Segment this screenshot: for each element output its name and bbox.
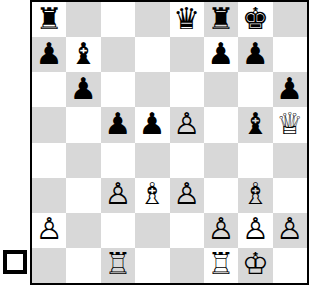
piece-black-pawn: ♟	[70, 74, 97, 104]
square-d5[interactable]: ♟	[135, 107, 169, 142]
piece-white-pawn: ♙	[173, 179, 200, 209]
square-c6[interactable]	[101, 72, 135, 107]
piece-white-pawn: ♙	[173, 109, 200, 139]
square-f7[interactable]: ♟	[204, 37, 238, 72]
piece-white-bishop: ♗	[242, 179, 269, 209]
piece-white-pawn: ♙	[104, 179, 131, 209]
square-a1[interactable]	[32, 248, 66, 283]
square-a5[interactable]	[32, 107, 66, 142]
square-e5[interactable]: ♙	[170, 107, 204, 142]
piece-black-bishop: ♝	[70, 39, 97, 69]
square-c3[interactable]: ♙	[101, 178, 135, 213]
square-f6[interactable]	[204, 72, 238, 107]
square-f3[interactable]	[204, 178, 238, 213]
piece-black-pawn: ♟	[139, 109, 166, 139]
square-b6[interactable]: ♟	[66, 72, 100, 107]
square-d1[interactable]	[135, 248, 169, 283]
square-a4[interactable]	[32, 143, 66, 178]
piece-white-pawn: ♙	[208, 214, 235, 244]
piece-white-king: ♔	[242, 249, 269, 279]
square-c2[interactable]	[101, 213, 135, 248]
square-g7[interactable]: ♟	[238, 37, 272, 72]
piece-black-rook: ♜	[36, 4, 63, 34]
square-h8[interactable]	[273, 2, 307, 37]
square-e8[interactable]: ♛	[170, 2, 204, 37]
square-c1[interactable]: ♖	[101, 248, 135, 283]
square-f1[interactable]: ♖	[204, 248, 238, 283]
square-b1[interactable]	[66, 248, 100, 283]
square-h6[interactable]: ♟	[273, 72, 307, 107]
square-b2[interactable]	[66, 213, 100, 248]
square-h4[interactable]	[273, 143, 307, 178]
square-h3[interactable]	[273, 178, 307, 213]
square-g4[interactable]	[238, 143, 272, 178]
square-g3[interactable]: ♗	[238, 178, 272, 213]
square-a2[interactable]: ♙	[32, 213, 66, 248]
square-a6[interactable]	[32, 72, 66, 107]
square-f8[interactable]: ♜	[204, 2, 238, 37]
square-a8[interactable]: ♜	[32, 2, 66, 37]
square-g5[interactable]: ♝	[238, 107, 272, 142]
piece-white-rook: ♖	[104, 249, 131, 279]
white-to-move-indicator	[3, 250, 27, 274]
piece-white-pawn: ♙	[36, 214, 63, 244]
piece-black-king: ♚	[242, 4, 269, 34]
square-b3[interactable]	[66, 178, 100, 213]
piece-white-bishop: ♗	[139, 179, 166, 209]
square-e4[interactable]	[170, 143, 204, 178]
square-g1[interactable]: ♔	[238, 248, 272, 283]
piece-white-rook: ♖	[208, 249, 235, 279]
square-h1[interactable]	[273, 248, 307, 283]
piece-white-queen: ♕	[276, 109, 303, 139]
square-e2[interactable]	[170, 213, 204, 248]
square-f2[interactable]: ♙	[204, 213, 238, 248]
square-f5[interactable]	[204, 107, 238, 142]
square-c8[interactable]	[101, 2, 135, 37]
square-e6[interactable]	[170, 72, 204, 107]
square-b8[interactable]	[66, 2, 100, 37]
square-d3[interactable]: ♗	[135, 178, 169, 213]
square-d4[interactable]	[135, 143, 169, 178]
square-e7[interactable]	[170, 37, 204, 72]
piece-black-pawn: ♟	[242, 39, 269, 69]
square-b4[interactable]	[66, 143, 100, 178]
square-g8[interactable]: ♚	[238, 2, 272, 37]
piece-black-pawn: ♟	[36, 39, 63, 69]
square-a3[interactable]	[32, 178, 66, 213]
chess-diagram: ♜♛♜♚♟♝♟♟♟♟♟♟♙♝♕♙♗♙♗♙♙♙♙♖♖♔	[0, 0, 309, 285]
square-h2[interactable]: ♙	[273, 213, 307, 248]
piece-white-pawn: ♙	[276, 214, 303, 244]
square-b7[interactable]: ♝	[66, 37, 100, 72]
piece-black-pawn: ♟	[208, 39, 235, 69]
square-e3[interactable]: ♙	[170, 178, 204, 213]
square-c4[interactable]	[101, 143, 135, 178]
square-h7[interactable]	[273, 37, 307, 72]
piece-black-bishop: ♝	[242, 109, 269, 139]
piece-black-rook: ♜	[208, 4, 235, 34]
square-d6[interactable]	[135, 72, 169, 107]
square-d2[interactable]	[135, 213, 169, 248]
square-h5[interactable]: ♕	[273, 107, 307, 142]
square-g2[interactable]: ♙	[238, 213, 272, 248]
square-g6[interactable]	[238, 72, 272, 107]
chess-board: ♜♛♜♚♟♝♟♟♟♟♟♟♙♝♕♙♗♙♗♙♙♙♙♖♖♔	[30, 0, 309, 285]
square-f4[interactable]	[204, 143, 238, 178]
square-d8[interactable]	[135, 2, 169, 37]
piece-black-queen: ♛	[173, 4, 200, 34]
square-a7[interactable]: ♟	[32, 37, 66, 72]
piece-black-pawn: ♟	[104, 109, 131, 139]
piece-white-pawn: ♙	[242, 214, 269, 244]
square-e1[interactable]	[170, 248, 204, 283]
square-d7[interactable]	[135, 37, 169, 72]
square-c5[interactable]: ♟	[101, 107, 135, 142]
piece-black-pawn: ♟	[276, 74, 303, 104]
square-c7[interactable]	[101, 37, 135, 72]
square-b5[interactable]	[66, 107, 100, 142]
